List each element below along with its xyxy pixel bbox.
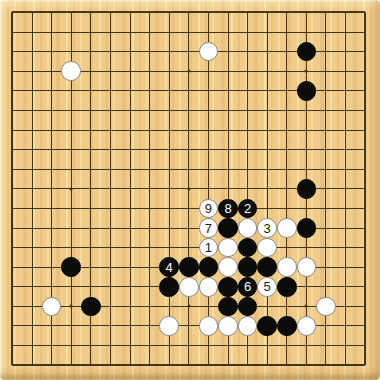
board-cell[interactable] xyxy=(42,3,62,23)
board-cell[interactable]: 1 xyxy=(199,238,219,258)
board-cell[interactable] xyxy=(238,22,258,42)
board-cell[interactable] xyxy=(101,355,121,375)
board-cell[interactable] xyxy=(297,336,317,356)
board-cell[interactable] xyxy=(179,316,199,336)
board-cell[interactable] xyxy=(81,101,101,121)
board-cell[interactable] xyxy=(81,218,101,238)
board-cell[interactable] xyxy=(199,316,219,336)
board-cell[interactable] xyxy=(120,316,140,336)
board-cell[interactable] xyxy=(218,179,238,199)
board-cell[interactable] xyxy=(257,61,277,81)
board-cell[interactable] xyxy=(159,355,179,375)
board-cell[interactable] xyxy=(140,179,160,199)
board-cell[interactable] xyxy=(257,42,277,62)
board-cell[interactable] xyxy=(42,316,62,336)
board-cell[interactable] xyxy=(277,42,297,62)
board-cell[interactable] xyxy=(42,336,62,356)
board-cell[interactable] xyxy=(61,159,81,179)
board-cell[interactable] xyxy=(297,61,317,81)
board-cell[interactable] xyxy=(336,297,356,317)
board-cell[interactable] xyxy=(238,316,258,336)
board-cell[interactable] xyxy=(61,277,81,297)
board-cell[interactable] xyxy=(179,355,199,375)
board-cell[interactable] xyxy=(42,81,62,101)
board-cell[interactable]: 3 xyxy=(257,218,277,238)
board-cell[interactable] xyxy=(218,120,238,140)
board-cell[interactable] xyxy=(297,3,317,23)
board-cell[interactable] xyxy=(159,297,179,317)
board-cell[interactable] xyxy=(218,42,238,62)
board-cell[interactable] xyxy=(3,336,23,356)
board-cell[interactable]: 9 xyxy=(199,199,219,219)
board-cell[interactable] xyxy=(140,42,160,62)
board-cell[interactable] xyxy=(257,316,277,336)
board-cell[interactable] xyxy=(61,42,81,62)
board-cell[interactable] xyxy=(120,61,140,81)
board-cell[interactable] xyxy=(42,355,62,375)
board-cell[interactable] xyxy=(101,81,121,101)
board-cell[interactable] xyxy=(336,101,356,121)
board-cell[interactable] xyxy=(316,140,336,160)
board-cell[interactable] xyxy=(3,140,23,160)
board-cell[interactable] xyxy=(257,238,277,258)
board-cell[interactable] xyxy=(101,61,121,81)
board-cell[interactable] xyxy=(61,199,81,219)
board-cell[interactable] xyxy=(101,42,121,62)
board-cell[interactable] xyxy=(81,120,101,140)
board-cell[interactable] xyxy=(336,22,356,42)
board-cell[interactable] xyxy=(3,22,23,42)
board-cell[interactable] xyxy=(101,218,121,238)
board-cell[interactable] xyxy=(3,355,23,375)
board-cell[interactable] xyxy=(257,101,277,121)
board-cell[interactable] xyxy=(22,336,42,356)
board-cell[interactable] xyxy=(277,199,297,219)
board-cell[interactable] xyxy=(257,3,277,23)
board-cell[interactable] xyxy=(257,179,277,199)
board-cell[interactable] xyxy=(120,22,140,42)
board-cell[interactable] xyxy=(120,277,140,297)
board-cell[interactable] xyxy=(355,61,375,81)
board-cell[interactable] xyxy=(355,42,375,62)
board-cell[interactable] xyxy=(61,257,81,277)
board-cell[interactable] xyxy=(42,61,62,81)
board-cell[interactable] xyxy=(199,336,219,356)
board-cell[interactable] xyxy=(159,277,179,297)
board-cell[interactable] xyxy=(316,238,336,258)
board-cell[interactable] xyxy=(355,316,375,336)
board-cell[interactable] xyxy=(179,179,199,199)
board-cell[interactable] xyxy=(336,257,356,277)
board-cell[interactable] xyxy=(316,316,336,336)
board-cell[interactable] xyxy=(257,336,277,356)
board-cell[interactable] xyxy=(159,179,179,199)
board-cell[interactable] xyxy=(297,218,317,238)
board-cell[interactable] xyxy=(42,257,62,277)
board-cell[interactable] xyxy=(140,159,160,179)
board-cell[interactable] xyxy=(355,257,375,277)
board-cell[interactable] xyxy=(297,238,317,258)
board-cell[interactable] xyxy=(61,61,81,81)
board-cell[interactable] xyxy=(159,81,179,101)
board-cell[interactable] xyxy=(316,218,336,238)
board-cell[interactable] xyxy=(179,140,199,160)
board-cell[interactable] xyxy=(101,3,121,23)
board-cell[interactable] xyxy=(179,218,199,238)
board-cell[interactable] xyxy=(199,140,219,160)
board-cell[interactable] xyxy=(355,120,375,140)
board-cell[interactable] xyxy=(297,257,317,277)
board-cell[interactable] xyxy=(218,61,238,81)
board-cell[interactable] xyxy=(277,316,297,336)
board-cell[interactable] xyxy=(238,238,258,258)
board-cell[interactable] xyxy=(3,257,23,277)
board-cell[interactable] xyxy=(22,159,42,179)
board-cell[interactable] xyxy=(257,22,277,42)
board-cell[interactable] xyxy=(101,297,121,317)
board-cell[interactable] xyxy=(22,101,42,121)
board-cell[interactable] xyxy=(257,81,277,101)
board-cell[interactable] xyxy=(277,277,297,297)
board-cell[interactable] xyxy=(101,159,121,179)
board-cell[interactable] xyxy=(297,81,317,101)
board-cell[interactable] xyxy=(81,140,101,160)
board-cell[interactable] xyxy=(140,355,160,375)
board-cell[interactable] xyxy=(316,297,336,317)
board-cell[interactable] xyxy=(81,336,101,356)
board-cell[interactable] xyxy=(316,355,336,375)
board-cell[interactable] xyxy=(140,257,160,277)
board-cell[interactable] xyxy=(81,355,101,375)
board-cell[interactable] xyxy=(257,120,277,140)
board-cell[interactable] xyxy=(199,159,219,179)
board-cell[interactable] xyxy=(140,218,160,238)
board-cell[interactable] xyxy=(22,22,42,42)
board-cell[interactable] xyxy=(179,42,199,62)
board-cell[interactable] xyxy=(297,42,317,62)
board-cell[interactable] xyxy=(120,159,140,179)
board-cell[interactable] xyxy=(179,257,199,277)
board-cell[interactable] xyxy=(42,277,62,297)
board-cell[interactable] xyxy=(179,238,199,258)
board-cell[interactable] xyxy=(81,179,101,199)
board-cell[interactable] xyxy=(61,120,81,140)
board-cell[interactable] xyxy=(3,277,23,297)
board-cell[interactable] xyxy=(179,159,199,179)
board-cell[interactable] xyxy=(355,3,375,23)
board-cell[interactable] xyxy=(42,140,62,160)
board-cell[interactable] xyxy=(355,355,375,375)
board-cell[interactable] xyxy=(101,257,121,277)
board-cell[interactable] xyxy=(336,159,356,179)
board-cell[interactable] xyxy=(238,257,258,277)
board-cell[interactable] xyxy=(81,3,101,23)
board-cell[interactable] xyxy=(336,355,356,375)
board-cell[interactable] xyxy=(218,159,238,179)
board-cell[interactable] xyxy=(199,101,219,121)
board-cell[interactable] xyxy=(199,179,219,199)
board-cell[interactable] xyxy=(22,257,42,277)
board-cell[interactable] xyxy=(297,355,317,375)
board-cell[interactable] xyxy=(297,277,317,297)
board-cell[interactable] xyxy=(218,297,238,317)
board-cell[interactable] xyxy=(179,22,199,42)
board-cell[interactable] xyxy=(81,199,101,219)
board-cell[interactable] xyxy=(238,81,258,101)
board-cell[interactable] xyxy=(179,199,199,219)
board-cell[interactable] xyxy=(61,336,81,356)
board-cell[interactable] xyxy=(238,61,258,81)
board-cell[interactable] xyxy=(355,297,375,317)
board-cell[interactable] xyxy=(179,297,199,317)
board-cell[interactable] xyxy=(355,277,375,297)
board-cell[interactable] xyxy=(199,22,219,42)
board-cell[interactable] xyxy=(101,316,121,336)
board-cell[interactable] xyxy=(159,3,179,23)
board-cell[interactable] xyxy=(61,355,81,375)
board-cell[interactable] xyxy=(42,297,62,317)
board-cell[interactable] xyxy=(316,277,336,297)
board-cell[interactable] xyxy=(159,22,179,42)
board-cell[interactable] xyxy=(159,159,179,179)
board-cell[interactable] xyxy=(277,238,297,258)
board-cell[interactable] xyxy=(355,22,375,42)
board-cell[interactable] xyxy=(159,140,179,160)
board-cell[interactable] xyxy=(336,42,356,62)
board-cell[interactable] xyxy=(238,101,258,121)
board-cell[interactable] xyxy=(199,257,219,277)
board-cell[interactable] xyxy=(277,257,297,277)
board-cell[interactable] xyxy=(277,22,297,42)
board-cell[interactable] xyxy=(238,159,258,179)
board-cell[interactable] xyxy=(101,120,121,140)
board-cell[interactable] xyxy=(336,120,356,140)
board-cell[interactable] xyxy=(316,81,336,101)
board-cell[interactable] xyxy=(277,3,297,23)
board-cell[interactable] xyxy=(81,81,101,101)
board-cell[interactable] xyxy=(355,140,375,160)
board-cell[interactable] xyxy=(22,81,42,101)
board-cell[interactable] xyxy=(22,140,42,160)
board-cell[interactable] xyxy=(179,277,199,297)
board-cell[interactable] xyxy=(336,199,356,219)
board-cell[interactable] xyxy=(159,101,179,121)
board-cell[interactable] xyxy=(277,140,297,160)
board-cell[interactable] xyxy=(61,22,81,42)
board-cell[interactable] xyxy=(22,218,42,238)
board-cell[interactable] xyxy=(140,277,160,297)
board-cell[interactable] xyxy=(316,61,336,81)
board-cell[interactable] xyxy=(22,316,42,336)
board-cell[interactable] xyxy=(101,179,121,199)
board-cell[interactable]: 2 xyxy=(238,199,258,219)
board-cell[interactable] xyxy=(22,120,42,140)
board-cell[interactable] xyxy=(316,179,336,199)
board-cell[interactable] xyxy=(61,179,81,199)
board-cell[interactable] xyxy=(297,22,317,42)
board-cell[interactable] xyxy=(3,297,23,317)
board-cell[interactable] xyxy=(297,159,317,179)
board-cell[interactable] xyxy=(3,218,23,238)
board-cell[interactable] xyxy=(316,257,336,277)
board-cell[interactable] xyxy=(120,42,140,62)
board-cell[interactable] xyxy=(179,101,199,121)
board-cell[interactable] xyxy=(277,179,297,199)
board-cell[interactable] xyxy=(81,297,101,317)
board-cell[interactable] xyxy=(81,277,101,297)
board-cell[interactable] xyxy=(159,336,179,356)
board-cell[interactable] xyxy=(199,3,219,23)
board-cell[interactable] xyxy=(22,355,42,375)
board-cell[interactable] xyxy=(238,218,258,238)
board-cell[interactable] xyxy=(355,179,375,199)
board-cell[interactable]: 4 xyxy=(159,257,179,277)
board-cell[interactable] xyxy=(179,336,199,356)
board-cell[interactable] xyxy=(3,81,23,101)
board-cell[interactable] xyxy=(61,101,81,121)
board-cell[interactable] xyxy=(218,3,238,23)
board-cell[interactable] xyxy=(336,140,356,160)
board-cell[interactable] xyxy=(159,218,179,238)
board-cell[interactable] xyxy=(316,159,336,179)
board-cell[interactable] xyxy=(140,81,160,101)
board-cell[interactable] xyxy=(218,257,238,277)
board-cell[interactable] xyxy=(120,120,140,140)
board-cell[interactable] xyxy=(238,336,258,356)
board-cell[interactable] xyxy=(61,297,81,317)
board-cell[interactable] xyxy=(42,42,62,62)
board-cell[interactable] xyxy=(316,199,336,219)
board-cell[interactable] xyxy=(42,199,62,219)
board-cell[interactable] xyxy=(120,81,140,101)
board-cell[interactable] xyxy=(218,355,238,375)
board-cell[interactable] xyxy=(199,61,219,81)
board-cell[interactable] xyxy=(61,81,81,101)
board-cell[interactable] xyxy=(3,316,23,336)
board-cell[interactable] xyxy=(277,336,297,356)
board-cell[interactable] xyxy=(120,140,140,160)
board-cell[interactable] xyxy=(159,199,179,219)
board-cell[interactable] xyxy=(22,179,42,199)
board-cell[interactable] xyxy=(42,22,62,42)
board-cell[interactable] xyxy=(336,179,356,199)
board-cell[interactable] xyxy=(277,218,297,238)
board-cell[interactable] xyxy=(42,179,62,199)
board-cell[interactable] xyxy=(120,199,140,219)
board-cell[interactable] xyxy=(101,336,121,356)
board-cell[interactable] xyxy=(42,159,62,179)
board-cell[interactable] xyxy=(336,238,356,258)
board-cell[interactable] xyxy=(22,297,42,317)
board-cell[interactable] xyxy=(42,238,62,258)
board-cell[interactable] xyxy=(199,277,219,297)
board-cell[interactable] xyxy=(257,297,277,317)
board-cell[interactable] xyxy=(218,277,238,297)
board-cell[interactable] xyxy=(257,257,277,277)
board-cell[interactable] xyxy=(277,81,297,101)
board-cell[interactable] xyxy=(81,61,101,81)
board-cell[interactable] xyxy=(140,61,160,81)
board-cell[interactable] xyxy=(140,101,160,121)
board-cell[interactable] xyxy=(42,120,62,140)
board-cell[interactable] xyxy=(101,238,121,258)
board-cell[interactable] xyxy=(120,336,140,356)
board-cell[interactable] xyxy=(218,22,238,42)
board-cell[interactable] xyxy=(297,179,317,199)
board-cell[interactable] xyxy=(336,61,356,81)
board-cell[interactable] xyxy=(120,3,140,23)
board-cell[interactable] xyxy=(42,101,62,121)
board-cell[interactable] xyxy=(316,3,336,23)
board-cell[interactable] xyxy=(22,199,42,219)
board-cell[interactable] xyxy=(3,42,23,62)
board-cell[interactable] xyxy=(355,101,375,121)
board-cell[interactable] xyxy=(316,22,336,42)
board-cell[interactable] xyxy=(159,120,179,140)
board-cell[interactable] xyxy=(3,61,23,81)
board-cell[interactable] xyxy=(140,120,160,140)
board-cell[interactable] xyxy=(140,199,160,219)
board-cell[interactable] xyxy=(238,140,258,160)
board-cell[interactable] xyxy=(199,42,219,62)
board-cell[interactable] xyxy=(120,238,140,258)
board-cell[interactable] xyxy=(3,3,23,23)
board-cell[interactable] xyxy=(101,277,121,297)
board-cell[interactable] xyxy=(257,355,277,375)
board-cell[interactable] xyxy=(61,3,81,23)
board-cell[interactable] xyxy=(238,42,258,62)
board-cell[interactable] xyxy=(3,199,23,219)
board-cell[interactable] xyxy=(355,336,375,356)
board-cell[interactable] xyxy=(22,61,42,81)
board-cell[interactable] xyxy=(218,140,238,160)
board-cell[interactable] xyxy=(3,179,23,199)
board-cell[interactable] xyxy=(316,120,336,140)
board-cell[interactable] xyxy=(316,42,336,62)
board-cell[interactable] xyxy=(297,101,317,121)
board-cell[interactable] xyxy=(336,81,356,101)
board-cell[interactable] xyxy=(22,3,42,23)
board-cell[interactable] xyxy=(277,101,297,121)
board-cell[interactable] xyxy=(199,81,219,101)
board-cell[interactable] xyxy=(336,336,356,356)
board-cell[interactable] xyxy=(336,277,356,297)
board-cell[interactable] xyxy=(3,159,23,179)
board-cell[interactable] xyxy=(218,101,238,121)
board-cell[interactable] xyxy=(257,199,277,219)
board-cell[interactable] xyxy=(140,3,160,23)
board-cell[interactable] xyxy=(159,238,179,258)
board-cell[interactable] xyxy=(316,101,336,121)
board-cell[interactable] xyxy=(3,120,23,140)
board-cell[interactable] xyxy=(179,61,199,81)
board-cell[interactable]: 5 xyxy=(257,277,277,297)
board-cell[interactable] xyxy=(218,218,238,238)
board-cell[interactable]: 7 xyxy=(199,218,219,238)
board-cell[interactable] xyxy=(159,61,179,81)
board-cell[interactable] xyxy=(277,355,297,375)
board-cell[interactable] xyxy=(61,218,81,238)
board-cell[interactable] xyxy=(218,238,238,258)
board-cell[interactable] xyxy=(159,316,179,336)
board-cell[interactable] xyxy=(218,81,238,101)
board-cell[interactable] xyxy=(218,336,238,356)
board-cell[interactable] xyxy=(336,3,356,23)
board-cell[interactable] xyxy=(179,120,199,140)
board-cell[interactable] xyxy=(355,159,375,179)
board-cell[interactable] xyxy=(120,179,140,199)
board-cell[interactable] xyxy=(120,218,140,238)
